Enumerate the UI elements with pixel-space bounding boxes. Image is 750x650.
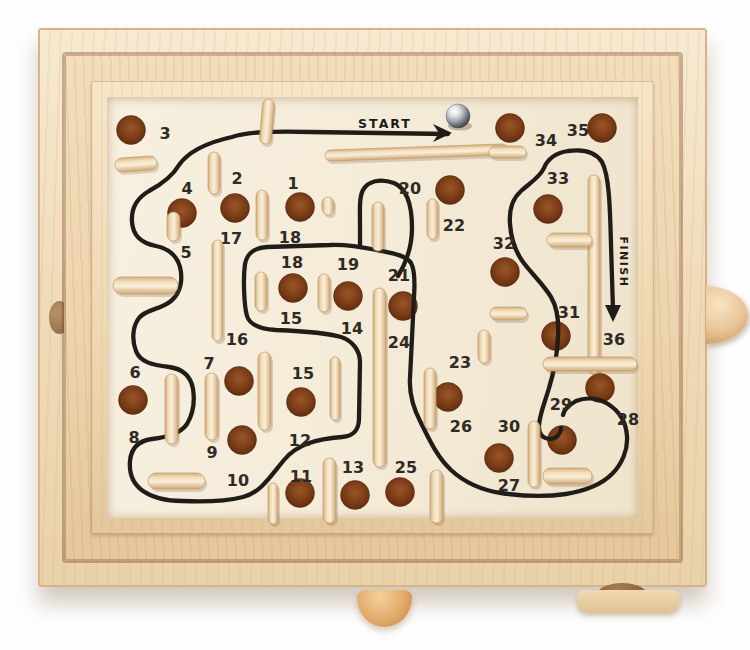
photo-background: 3421203435332251718181921323136151424162… (0, 0, 750, 650)
maze-surface (107, 97, 638, 518)
tilt-knob-right[interactable] (706, 286, 748, 344)
tilt-knob-bottom[interactable] (357, 590, 412, 627)
foot-right (577, 590, 680, 613)
